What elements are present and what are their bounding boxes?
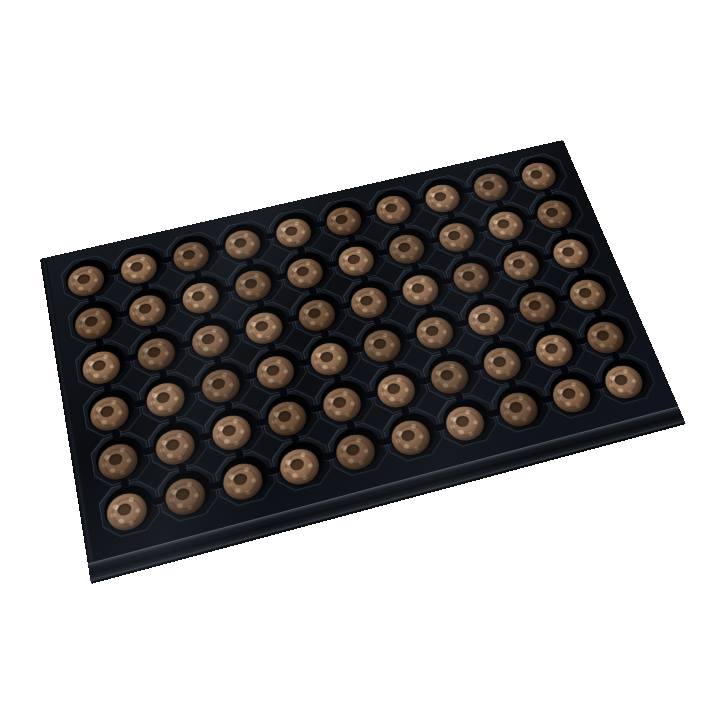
seed-tray <box>40 140 686 584</box>
photo-stage <box>0 0 720 720</box>
tray-grid <box>58 150 661 542</box>
